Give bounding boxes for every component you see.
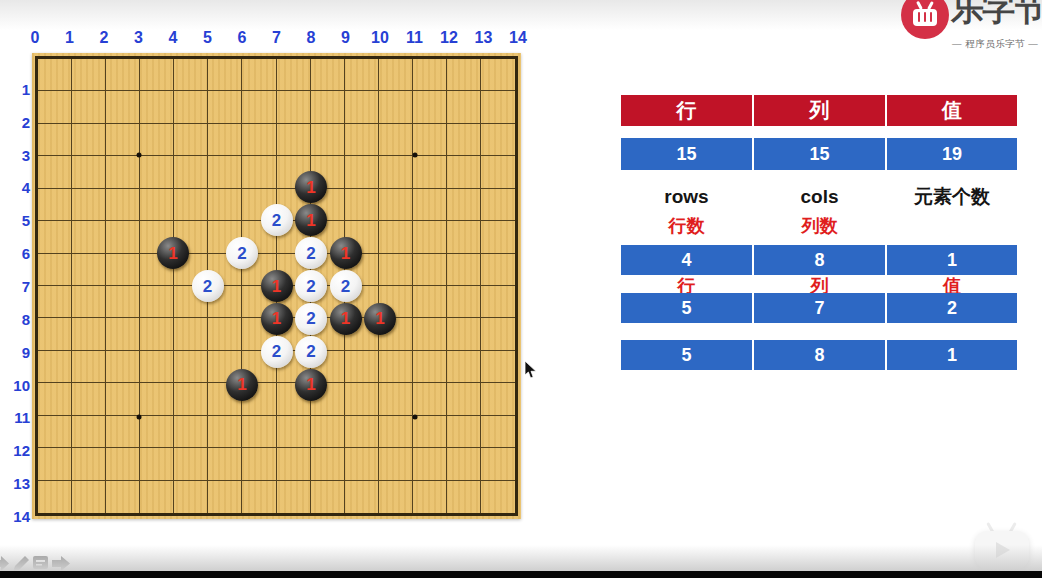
stone-number: 1 — [272, 310, 281, 327]
brand-title: 乐字节 — [951, 0, 1042, 32]
stone-number: 1 — [306, 212, 315, 229]
mouse-cursor — [524, 361, 536, 379]
star-point — [412, 415, 417, 420]
table-summary-row: 15 15 19 — [621, 138, 1017, 170]
stone-number: 2 — [237, 245, 246, 262]
table-entry-row: 4 8 1 — [621, 245, 1017, 275]
stone-number: 1 — [237, 376, 246, 393]
annotation-row-count: 行数 — [621, 214, 752, 238]
stone-number: 1 — [306, 376, 315, 393]
black-stone: 1 — [295, 204, 327, 236]
row-label: 10 — [0, 376, 30, 393]
entry-cell: 8 — [754, 245, 885, 275]
table-entry-row: 5 8 1 — [621, 340, 1017, 370]
white-stone: 2 — [261, 204, 293, 236]
black-stone: 1 — [330, 303, 362, 335]
col-label: 0 — [31, 29, 40, 47]
black-stone: 1 — [295, 171, 327, 203]
white-stone: 2 — [330, 270, 362, 302]
sparse-array-table: 行 列 值 15 15 19 rows cols 元素个数 行数 列数 4 8 … — [621, 95, 1017, 385]
summary-cols: 15 — [754, 138, 885, 170]
stone-number: 1 — [168, 245, 177, 262]
stone-number: 2 — [306, 245, 315, 262]
header-cell-row: 行 — [621, 95, 752, 126]
stone-number: 2 — [306, 278, 315, 295]
row-label: 5 — [0, 212, 30, 229]
brand-logo-icon — [901, 0, 949, 39]
stone-number: 2 — [272, 343, 281, 360]
annotation-col-count: 列数 — [754, 214, 885, 238]
col-label: 12 — [440, 29, 458, 47]
black-stone: 1 — [364, 303, 396, 335]
entry-cell: 1 — [887, 245, 1017, 275]
col-label: 3 — [134, 29, 143, 47]
stone-number: 1 — [341, 245, 350, 262]
black-stone: 1 — [157, 237, 189, 269]
white-stone: 2 — [295, 303, 327, 335]
black-stone: 1 — [226, 369, 258, 401]
stone-number: 2 — [306, 343, 315, 360]
row-label: 6 — [0, 245, 30, 262]
row-label: 14 — [0, 508, 30, 525]
row-label: 4 — [0, 179, 30, 196]
col-label: 13 — [475, 29, 493, 47]
col-label: 14 — [509, 29, 527, 47]
stone-number: 1 — [375, 310, 384, 327]
entry-cell: 7 — [754, 293, 885, 323]
entry-cell: 4 — [621, 245, 752, 275]
white-stone: 2 — [295, 237, 327, 269]
caption-count: 元素个数 — [887, 186, 1017, 208]
col-label: 8 — [307, 29, 316, 47]
col-label: 10 — [371, 29, 389, 47]
row-label: 1 — [0, 80, 30, 97]
header-cell-col: 列 — [754, 95, 885, 126]
entry-cell: 8 — [754, 340, 885, 370]
brand-subtitle: — 程序员乐字节 — — [952, 38, 1038, 51]
caption-annotation-row: 行数 列数 — [621, 214, 1017, 238]
logo-tv-icon — [913, 9, 937, 26]
stone-number: 1 — [306, 179, 315, 196]
video-frame: 1211221212212112211 01234567891011121314… — [0, 0, 1042, 578]
black-stone: 1 — [330, 237, 362, 269]
row-label: 2 — [0, 113, 30, 130]
caption-rows: rows — [621, 186, 752, 208]
stone-number: 2 — [203, 278, 212, 295]
white-stone: 2 — [261, 336, 293, 368]
annotation-spacer — [887, 214, 1017, 238]
star-point — [136, 415, 141, 420]
row-label: 7 — [0, 278, 30, 295]
summary-rows: 15 — [621, 138, 752, 170]
white-stone: 2 — [192, 270, 224, 302]
col-label: 2 — [100, 29, 109, 47]
col-label: 5 — [203, 29, 212, 47]
black-stone: 1 — [261, 303, 293, 335]
row-label: 13 — [0, 475, 30, 492]
row-label: 3 — [0, 146, 30, 163]
row-label: 9 — [0, 343, 30, 360]
entry-cell: 1 — [887, 340, 1017, 370]
star-point — [412, 152, 417, 157]
board-overlay: 1211221212212112211 — [35, 56, 518, 516]
summary-count: 19 — [887, 138, 1017, 170]
caption-cols: cols — [754, 186, 885, 208]
black-stone: 1 — [261, 270, 293, 302]
white-stone: 2 — [295, 270, 327, 302]
col-label: 6 — [238, 29, 247, 47]
black-stone: 1 — [295, 369, 327, 401]
column-coordinate-labels: 01234567891011121314 — [35, 29, 518, 47]
col-label: 7 — [272, 29, 281, 47]
star-point — [136, 152, 141, 157]
col-label: 11 — [406, 29, 423, 47]
header-cell-value: 值 — [887, 95, 1017, 126]
row-coordinate-labels: 1234567891011121314 — [0, 56, 30, 516]
stone-number: 1 — [272, 278, 281, 295]
stone-number: 2 — [272, 212, 281, 229]
top-gradient — [0, 0, 1042, 30]
table-caption-row: rows cols 元素个数 — [621, 186, 1017, 208]
row-label: 12 — [0, 442, 30, 459]
entry-cell: 5 — [621, 340, 752, 370]
col-label: 1 — [65, 29, 74, 47]
bottom-gradient — [0, 545, 1042, 571]
stone-number: 1 — [341, 310, 350, 327]
stone-number: 2 — [306, 310, 315, 327]
white-stone: 2 — [295, 336, 327, 368]
entry-cell: 2 — [887, 293, 1017, 323]
row-label: 8 — [0, 310, 30, 327]
col-label: 4 — [169, 29, 178, 47]
entry-cell: 5 — [621, 293, 752, 323]
col-label: 9 — [341, 29, 350, 47]
table-header-row: 行 列 值 — [621, 95, 1017, 126]
white-stone: 2 — [226, 237, 258, 269]
stone-number: 2 — [341, 278, 350, 295]
row-label: 11 — [0, 409, 30, 426]
bottom-black-bar — [0, 571, 1042, 578]
table-entry-row: 5 7 2 — [621, 293, 1017, 323]
